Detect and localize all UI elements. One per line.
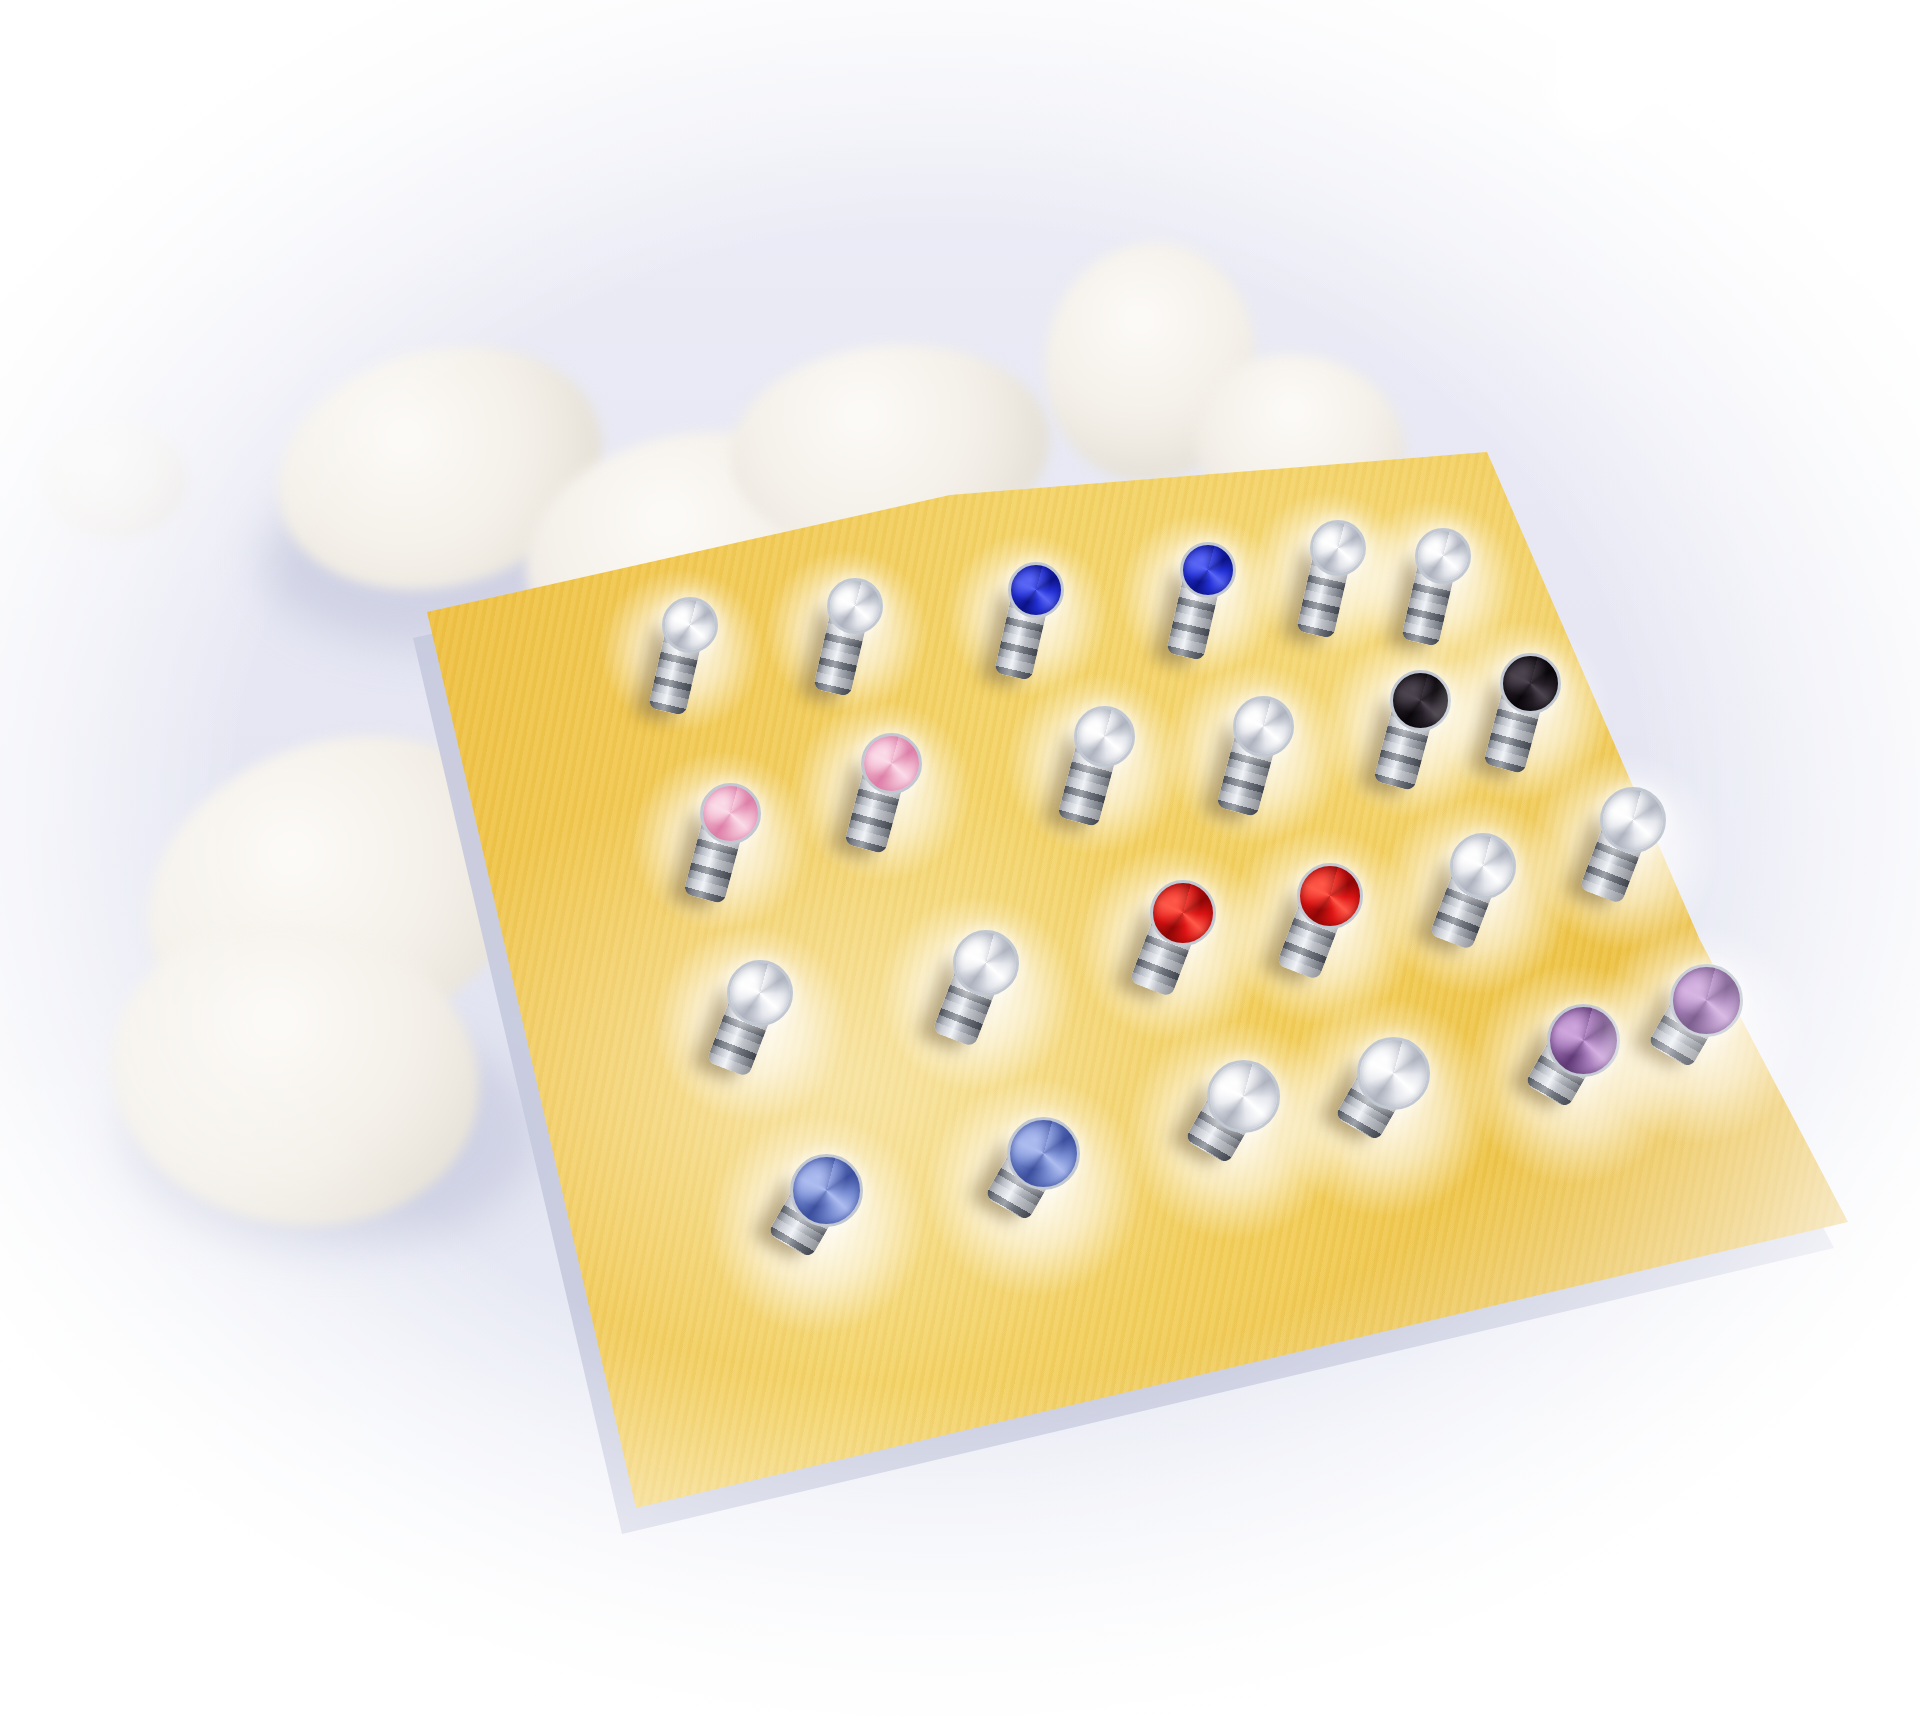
crystal-clear: [1415, 528, 1471, 584]
crystal-black: [1500, 653, 1561, 714]
crystal-blue: [1180, 542, 1236, 598]
crystal-clear: [1357, 1037, 1430, 1110]
crystal-clear: [662, 597, 718, 653]
crystal-sapphire: [1007, 1117, 1080, 1190]
crystal-sapphire: [790, 1154, 863, 1227]
crystal-red: [1297, 863, 1363, 929]
crystal-amethyst: [1670, 964, 1743, 1037]
crystal-clear: [1233, 696, 1294, 757]
crystal-clear: [727, 960, 793, 1026]
crystal-clear: [1207, 1060, 1280, 1133]
crystal-clear: [827, 578, 883, 634]
crystal-blue: [1008, 562, 1064, 618]
crystal-pink: [700, 783, 761, 844]
crystal-red: [1150, 880, 1216, 946]
crystal-clear: [1074, 706, 1135, 767]
crystal-pink: [861, 733, 922, 794]
crystal-clear: [1450, 833, 1516, 899]
photo-backdrop: [0, 0, 1920, 1718]
crystal-clear: [953, 930, 1019, 996]
crystal-clear: [1600, 787, 1666, 853]
background-highlight: [1541, 0, 1674, 149]
white-pebble: [43, 422, 187, 538]
